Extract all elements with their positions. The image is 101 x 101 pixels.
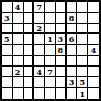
cell-r3c2[interactable]: [13, 24, 24, 35]
cell-r2c1[interactable]: 3: [2, 13, 13, 24]
cell-r8c4[interactable]: [34, 77, 45, 88]
sudoku-board: 47382513684247351: [0, 0, 101, 101]
cell-r6c8[interactable]: [77, 56, 88, 67]
cell-r5c1[interactable]: [2, 45, 13, 56]
cell-r6c4[interactable]: [34, 56, 45, 67]
cell-r7c2[interactable]: 2: [13, 67, 24, 78]
cell-r2c2[interactable]: [13, 13, 24, 24]
cell-r6c7[interactable]: [67, 56, 78, 67]
cell-r7c4[interactable]: 4: [34, 67, 45, 78]
cell-r1c3[interactable]: [24, 2, 35, 13]
cell-r6c1[interactable]: [2, 56, 13, 67]
cell-r4c9[interactable]: [88, 34, 99, 45]
cell-r9c5[interactable]: [45, 88, 56, 99]
cell-r5c2[interactable]: [13, 45, 24, 56]
cell-r2c3[interactable]: [24, 13, 35, 24]
cell-r8c7[interactable]: 3: [67, 77, 78, 88]
cell-r1c5[interactable]: [45, 2, 56, 13]
cell-r7c3[interactable]: [24, 67, 35, 78]
cell-r3c3[interactable]: [24, 24, 35, 35]
cell-r5c3[interactable]: [24, 45, 35, 56]
cell-r3c9[interactable]: [88, 24, 99, 35]
cell-r6c6[interactable]: [56, 56, 67, 67]
cell-r3c8[interactable]: [77, 24, 88, 35]
cell-r8c5[interactable]: [45, 77, 56, 88]
cell-r9c1[interactable]: [2, 88, 13, 99]
cell-r3c6[interactable]: [56, 24, 67, 35]
cell-r1c4[interactable]: 7: [34, 2, 45, 13]
cell-r5c9[interactable]: 4: [88, 45, 99, 56]
cell-r9c7[interactable]: [67, 88, 78, 99]
cell-r4c8[interactable]: [77, 34, 88, 45]
cell-r8c8[interactable]: 5: [77, 77, 88, 88]
cell-r1c8[interactable]: [77, 2, 88, 13]
cell-r5c5[interactable]: [45, 45, 56, 56]
cell-r8c2[interactable]: [13, 77, 24, 88]
cell-r7c6[interactable]: [56, 67, 67, 78]
cell-r9c2[interactable]: [13, 88, 24, 99]
cell-r2c8[interactable]: [77, 13, 88, 24]
cell-r1c9[interactable]: [88, 2, 99, 13]
cell-r3c5[interactable]: [45, 24, 56, 35]
cell-r1c1[interactable]: [2, 2, 13, 13]
cell-r8c6[interactable]: [56, 77, 67, 88]
cell-r5c4[interactable]: [34, 45, 45, 56]
cell-r9c8[interactable]: 1: [77, 88, 88, 99]
cell-r9c6[interactable]: [56, 88, 67, 99]
cell-r5c6[interactable]: 8: [56, 45, 67, 56]
cell-r6c3[interactable]: [24, 56, 35, 67]
cell-r7c5[interactable]: 7: [45, 67, 56, 78]
cell-r3c7[interactable]: [67, 24, 78, 35]
cell-r7c7[interactable]: [67, 67, 78, 78]
cell-r5c7[interactable]: [67, 45, 78, 56]
cell-r1c6[interactable]: [56, 2, 67, 13]
cell-r2c7[interactable]: 8: [67, 13, 78, 24]
cell-r2c4[interactable]: [34, 13, 45, 24]
cell-r6c5[interactable]: [45, 56, 56, 67]
cell-r4c4[interactable]: [34, 34, 45, 45]
cell-r9c9[interactable]: [88, 88, 99, 99]
cell-r4c2[interactable]: [13, 34, 24, 45]
cell-r3c4[interactable]: 2: [34, 24, 45, 35]
cell-r1c2[interactable]: 4: [13, 2, 24, 13]
cell-r7c1[interactable]: [2, 67, 13, 78]
cell-r1c7[interactable]: [67, 2, 78, 13]
cell-r2c9[interactable]: [88, 13, 99, 24]
cell-r5c8[interactable]: [77, 45, 88, 56]
cell-r4c6[interactable]: 3: [56, 34, 67, 45]
cell-r6c2[interactable]: [13, 56, 24, 67]
cell-r8c9[interactable]: [88, 77, 99, 88]
cell-r9c4[interactable]: [34, 88, 45, 99]
cell-r7c8[interactable]: [77, 67, 88, 78]
cell-r4c1[interactable]: 5: [2, 34, 13, 45]
cell-r2c6[interactable]: [56, 13, 67, 24]
cell-r3c1[interactable]: [2, 24, 13, 35]
cell-r4c3[interactable]: [24, 34, 35, 45]
cell-r8c3[interactable]: [24, 77, 35, 88]
cell-r2c5[interactable]: [45, 13, 56, 24]
cell-r8c1[interactable]: [2, 77, 13, 88]
cell-r6c9[interactable]: [88, 56, 99, 67]
cell-r9c3[interactable]: [24, 88, 35, 99]
cell-r4c5[interactable]: 1: [45, 34, 56, 45]
cell-r4c7[interactable]: 6: [67, 34, 78, 45]
cell-r7c9[interactable]: [88, 67, 99, 78]
